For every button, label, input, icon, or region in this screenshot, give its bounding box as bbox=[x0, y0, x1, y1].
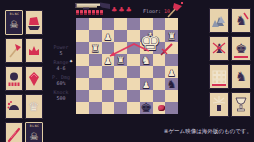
stat-value: 5 bbox=[46, 50, 76, 56]
card-red-axe[interactable] bbox=[5, 38, 23, 63]
board-square-c2[interactable] bbox=[102, 90, 115, 102]
stat-value: 4-6 bbox=[46, 65, 76, 71]
board-square-e8[interactable] bbox=[127, 18, 140, 30]
skull-icon: ☠ bbox=[30, 132, 39, 142]
board-square-a1[interactable] bbox=[76, 102, 89, 114]
card-charge-bar bbox=[212, 84, 226, 86]
board-square-d3[interactable] bbox=[114, 78, 127, 90]
card-crowned-royal[interactable]: ♚ bbox=[231, 36, 251, 61]
white-pawn-glyph: ♟ bbox=[104, 33, 112, 42]
board-square-c8[interactable] bbox=[102, 18, 115, 30]
club-counters: ♣♣♣ bbox=[111, 6, 132, 14]
board-square-g3[interactable] bbox=[153, 78, 166, 90]
board-square-b8[interactable] bbox=[89, 18, 102, 30]
stat-pdmg: P. Dmg60% bbox=[46, 74, 76, 86]
chess-board[interactable]: ♟♜♜♚♟♜♞♟♟♞♚ bbox=[76, 18, 178, 114]
board-square-c1[interactable] bbox=[102, 102, 115, 114]
stat-knock: Knock500 bbox=[46, 89, 76, 101]
weapon-stats-panel: Power5Range4-6P. Dmg60%Knock500 bbox=[46, 44, 76, 104]
shell-icon bbox=[96, 10, 99, 15]
white-pawn-glyph: ♟ bbox=[104, 57, 112, 66]
card-blanc-skull-2[interactable]: BLNC☠ bbox=[25, 122, 43, 142]
skull-icon: ☠ bbox=[10, 20, 19, 30]
board-square-e2[interactable] bbox=[127, 90, 140, 102]
right-card-column: ♞♝♚♞ bbox=[209, 8, 251, 117]
red-pickup-item[interactable] bbox=[158, 105, 165, 111]
stat-power: Power5 bbox=[46, 44, 76, 56]
crowned-king-icon: ♚ bbox=[235, 42, 247, 55]
board-square-b2[interactable] bbox=[89, 90, 102, 102]
stat-value: 60% bbox=[46, 80, 76, 86]
card-red-rod[interactable] bbox=[5, 122, 23, 142]
piece-white-pawn-c7[interactable]: ♟ bbox=[102, 30, 115, 42]
shell-icon bbox=[88, 10, 91, 15]
board-square-e6[interactable] bbox=[127, 42, 140, 54]
piece-white-rook-b6[interactable]: ♜ bbox=[89, 42, 102, 54]
left-card-column: BLNC☠♛BLNC☠ bbox=[5, 10, 43, 142]
white-rook-glyph: ♜ bbox=[91, 44, 100, 54]
floor-label: Floor: bbox=[143, 8, 161, 14]
game-screen: BLNC☠♛BLNC☠ Power5Range4-6P. Dmg60%Knock… bbox=[0, 0, 254, 142]
board-square-d8[interactable] bbox=[114, 18, 127, 30]
disclaimer-text: ※ゲーム映像は海外版のものです。 bbox=[164, 128, 252, 135]
club-icon: ♣ bbox=[118, 6, 124, 14]
black-king-glyph: ♚ bbox=[140, 101, 152, 114]
club-icon: ♣ bbox=[126, 6, 132, 14]
card-label: BLNC bbox=[10, 12, 18, 15]
card-bishop-slash[interactable]: ♝ bbox=[209, 36, 229, 61]
board-square-g2[interactable] bbox=[153, 90, 166, 102]
card-chalice[interactable] bbox=[231, 92, 251, 117]
piece-black-king-f1[interactable]: ♚ bbox=[140, 102, 153, 114]
white-knight-glyph: ♞ bbox=[141, 55, 151, 66]
card-cage[interactable] bbox=[209, 64, 229, 89]
shell-icon bbox=[80, 10, 83, 15]
piece-white-rook-h7[interactable]: ♜ bbox=[165, 30, 178, 42]
card-red-crown[interactable] bbox=[25, 38, 43, 63]
board-square-c3[interactable] bbox=[102, 78, 115, 90]
board-square-e5[interactable] bbox=[127, 54, 140, 66]
board-square-a8[interactable] bbox=[76, 18, 89, 30]
board-square-d1[interactable] bbox=[114, 102, 127, 114]
white-rook-glyph: ♜ bbox=[167, 32, 176, 42]
knight-icon: ♞ bbox=[235, 70, 247, 83]
stat-value: 500 bbox=[46, 95, 76, 101]
board-square-h5[interactable] bbox=[165, 54, 178, 66]
board-square-a5[interactable] bbox=[76, 54, 89, 66]
board-square-c6[interactable] bbox=[102, 42, 115, 54]
shell-icon bbox=[76, 10, 79, 15]
board-square-b1[interactable] bbox=[89, 102, 102, 114]
board-square-a7[interactable] bbox=[76, 30, 89, 42]
board-square-b4[interactable] bbox=[89, 66, 102, 78]
card-fist-shells[interactable] bbox=[5, 66, 23, 91]
board-square-e4[interactable] bbox=[127, 66, 140, 78]
board-square-a3[interactable] bbox=[76, 78, 89, 90]
white-rook-glyph: ♜ bbox=[116, 56, 125, 66]
black-knight-glyph: ♞ bbox=[167, 79, 177, 90]
piece-white-rook-d5[interactable]: ♜ bbox=[114, 54, 127, 66]
card-boat[interactable] bbox=[25, 10, 43, 35]
shotgun-shells bbox=[76, 10, 103, 15]
piece-white-king-f6[interactable]: ♚ bbox=[140, 42, 153, 54]
board-square-a2[interactable] bbox=[76, 90, 89, 102]
white-pawn-glyph: ♟ bbox=[142, 81, 150, 90]
piece-white-pawn-h4[interactable]: ♟ bbox=[165, 66, 178, 78]
card-blanc-skull[interactable]: BLNC☠ bbox=[5, 10, 23, 35]
sparkle-icon: ✦ bbox=[69, 59, 73, 64]
board-square-f4[interactable] bbox=[140, 66, 153, 78]
board-square-e1[interactable] bbox=[127, 102, 140, 114]
club-icon: ♣ bbox=[111, 6, 117, 14]
board-square-c4[interactable] bbox=[102, 66, 115, 78]
shotgun-icon bbox=[75, 1, 110, 10]
shell-icon bbox=[100, 10, 103, 15]
board-square-h6[interactable] bbox=[165, 42, 178, 54]
card-ghost-queen[interactable]: ♛ bbox=[25, 94, 43, 119]
board-square-d6[interactable] bbox=[114, 42, 127, 54]
board-square-b5[interactable] bbox=[89, 54, 102, 66]
board-square-a4[interactable] bbox=[76, 66, 89, 78]
shell-icon bbox=[84, 10, 87, 15]
board-square-b7[interactable] bbox=[89, 30, 102, 42]
white-pawn-glyph: ♟ bbox=[168, 69, 176, 78]
piece-white-pawn-f3[interactable]: ♟ bbox=[140, 78, 153, 90]
board-square-e3[interactable] bbox=[127, 78, 140, 90]
piece-white-pawn-c5[interactable]: ♟ bbox=[102, 54, 115, 66]
ghost-queen-icon: ♛ bbox=[29, 101, 40, 113]
card-beacon[interactable] bbox=[209, 92, 229, 117]
board-square-e7[interactable] bbox=[127, 30, 140, 42]
card-charge-bar bbox=[234, 56, 248, 58]
card-red-gem[interactable] bbox=[25, 66, 43, 91]
card-dome-drips[interactable] bbox=[5, 94, 23, 119]
board-square-h2[interactable] bbox=[165, 90, 178, 102]
board-square-b3[interactable] bbox=[89, 78, 102, 90]
throwing-axe-icon bbox=[165, 2, 185, 20]
board-square-d4[interactable] bbox=[114, 66, 127, 78]
board-square-a6[interactable] bbox=[76, 42, 89, 54]
board-square-h1[interactable] bbox=[165, 102, 178, 114]
card-white-knight[interactable]: ♞ bbox=[231, 64, 251, 89]
board-square-g4[interactable] bbox=[153, 66, 166, 78]
card-knight-dagger[interactable]: ♞ bbox=[231, 8, 251, 33]
card-label: BLNC bbox=[30, 124, 38, 127]
white-king-glyph: ♚ bbox=[139, 30, 161, 54]
board-square-d2[interactable] bbox=[114, 90, 127, 102]
card-boulders[interactable] bbox=[209, 8, 229, 33]
shell-icon bbox=[92, 10, 95, 15]
piece-black-knight-h3[interactable]: ♞ bbox=[165, 78, 178, 90]
board-square-d7[interactable] bbox=[114, 30, 127, 42]
